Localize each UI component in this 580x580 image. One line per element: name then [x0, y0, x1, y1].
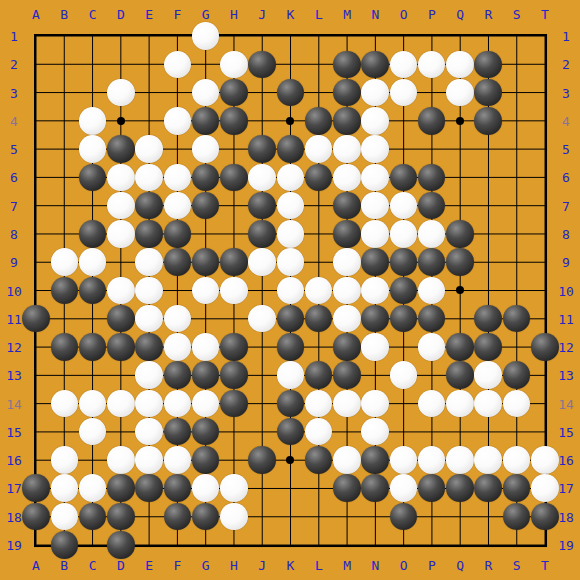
board-point[interactable] — [107, 78, 135, 106]
board-point[interactable] — [474, 305, 502, 333]
board-point[interactable] — [502, 78, 530, 106]
board-point[interactable] — [191, 50, 219, 78]
board-point[interactable] — [361, 107, 389, 135]
board-point[interactable] — [191, 248, 219, 276]
board-point[interactable] — [163, 78, 191, 106]
board-point[interactable] — [333, 333, 361, 361]
board-point[interactable] — [276, 220, 304, 248]
board-point[interactable] — [163, 305, 191, 333]
board-point[interactable] — [220, 474, 248, 502]
board-point[interactable] — [78, 22, 106, 50]
board-point[interactable] — [78, 248, 106, 276]
board-point[interactable] — [361, 389, 389, 417]
board-point[interactable] — [446, 305, 474, 333]
board-point[interactable] — [163, 107, 191, 135]
board-point[interactable] — [389, 163, 417, 191]
board-point[interactable] — [531, 135, 559, 163]
board-point[interactable] — [276, 305, 304, 333]
board-point[interactable] — [418, 191, 446, 219]
board-point[interactable] — [50, 333, 78, 361]
board-point[interactable] — [163, 276, 191, 304]
board-point[interactable] — [474, 50, 502, 78]
board-point[interactable] — [305, 474, 333, 502]
board-point[interactable] — [474, 502, 502, 530]
board-point[interactable] — [248, 107, 276, 135]
board-point[interactable] — [474, 333, 502, 361]
board-point[interactable] — [191, 446, 219, 474]
board-point[interactable] — [418, 474, 446, 502]
board-point[interactable] — [78, 50, 106, 78]
board-point[interactable] — [191, 474, 219, 502]
board-point[interactable] — [389, 389, 417, 417]
board-point[interactable] — [418, 107, 446, 135]
board-point[interactable] — [50, 107, 78, 135]
board-point[interactable] — [446, 248, 474, 276]
board-point[interactable] — [78, 276, 106, 304]
board-point[interactable] — [135, 502, 163, 530]
board-point[interactable] — [191, 107, 219, 135]
board-point[interactable] — [502, 50, 530, 78]
board-point[interactable] — [163, 135, 191, 163]
board-point[interactable] — [361, 361, 389, 389]
board-point[interactable] — [305, 361, 333, 389]
board-point[interactable] — [446, 107, 474, 135]
board-point[interactable] — [276, 276, 304, 304]
board-point[interactable] — [220, 22, 248, 50]
board-point[interactable] — [474, 248, 502, 276]
board-point[interactable] — [163, 389, 191, 417]
board-point[interactable] — [22, 361, 50, 389]
board-point[interactable] — [220, 531, 248, 559]
board-point[interactable] — [107, 361, 135, 389]
board-point[interactable] — [163, 22, 191, 50]
board-point[interactable] — [502, 361, 530, 389]
board-point[interactable] — [22, 22, 50, 50]
board-point[interactable] — [389, 502, 417, 530]
board-point[interactable] — [191, 361, 219, 389]
board-point[interactable] — [305, 107, 333, 135]
board-point[interactable] — [418, 446, 446, 474]
board-point[interactable] — [50, 50, 78, 78]
board-point[interactable] — [305, 163, 333, 191]
board-point[interactable] — [474, 418, 502, 446]
board-point[interactable] — [531, 361, 559, 389]
board-point[interactable] — [333, 446, 361, 474]
board-point[interactable] — [191, 78, 219, 106]
board-point[interactable] — [305, 418, 333, 446]
board-point[interactable] — [50, 418, 78, 446]
board-point[interactable] — [248, 22, 276, 50]
board-point[interactable] — [22, 191, 50, 219]
board-point[interactable] — [191, 418, 219, 446]
board-point[interactable] — [50, 276, 78, 304]
board-point[interactable] — [107, 389, 135, 417]
board-point[interactable] — [276, 78, 304, 106]
board-point[interactable] — [107, 135, 135, 163]
board-point[interactable] — [474, 531, 502, 559]
board-point[interactable] — [389, 50, 417, 78]
board-point[interactable] — [107, 531, 135, 559]
board-point[interactable] — [389, 276, 417, 304]
board-point[interactable] — [50, 361, 78, 389]
board-point[interactable] — [305, 220, 333, 248]
board-point[interactable] — [446, 333, 474, 361]
board-point[interactable] — [446, 276, 474, 304]
board-point[interactable] — [333, 50, 361, 78]
board-point[interactable] — [361, 502, 389, 530]
board-point[interactable] — [22, 502, 50, 530]
board-point[interactable] — [276, 418, 304, 446]
board-point[interactable] — [502, 305, 530, 333]
board-point[interactable] — [389, 531, 417, 559]
board-point[interactable] — [50, 135, 78, 163]
board-point[interactable] — [446, 135, 474, 163]
board-point[interactable] — [163, 446, 191, 474]
board-point[interactable] — [248, 531, 276, 559]
board-point[interactable] — [248, 135, 276, 163]
board-point[interactable] — [474, 276, 502, 304]
board-point[interactable] — [220, 418, 248, 446]
board-point[interactable] — [474, 135, 502, 163]
board-point[interactable] — [389, 220, 417, 248]
board-point[interactable] — [135, 50, 163, 78]
board-point[interactable] — [502, 531, 530, 559]
board-point[interactable] — [191, 22, 219, 50]
board-point[interactable] — [361, 446, 389, 474]
board-point[interactable] — [135, 389, 163, 417]
board-point[interactable] — [333, 389, 361, 417]
board-point[interactable] — [191, 389, 219, 417]
board-point[interactable] — [418, 305, 446, 333]
board-point[interactable] — [502, 276, 530, 304]
board-point[interactable] — [276, 502, 304, 530]
board-point[interactable] — [276, 446, 304, 474]
board-point[interactable] — [248, 333, 276, 361]
board-point[interactable] — [531, 333, 559, 361]
board-point[interactable] — [78, 446, 106, 474]
board-point[interactable] — [135, 135, 163, 163]
board-point[interactable] — [446, 531, 474, 559]
board-point[interactable] — [50, 531, 78, 559]
board-point[interactable] — [418, 531, 446, 559]
board-point[interactable] — [418, 78, 446, 106]
board-point[interactable] — [78, 531, 106, 559]
board-point[interactable] — [361, 191, 389, 219]
board-point[interactable] — [135, 418, 163, 446]
board-point[interactable] — [531, 531, 559, 559]
board-point[interactable] — [474, 78, 502, 106]
board-point[interactable] — [305, 50, 333, 78]
board-point[interactable] — [22, 78, 50, 106]
board-point[interactable] — [531, 474, 559, 502]
board-point[interactable] — [502, 163, 530, 191]
board-point[interactable] — [446, 78, 474, 106]
board-point[interactable] — [502, 474, 530, 502]
board-point[interactable] — [107, 163, 135, 191]
board-point[interactable] — [248, 502, 276, 530]
board-point[interactable] — [163, 50, 191, 78]
board-point[interactable] — [107, 276, 135, 304]
board-point[interactable] — [531, 276, 559, 304]
board-point[interactable] — [361, 276, 389, 304]
board-point[interactable] — [78, 474, 106, 502]
board-point[interactable] — [418, 163, 446, 191]
board-point[interactable] — [276, 389, 304, 417]
board-point[interactable] — [389, 361, 417, 389]
board-point[interactable] — [78, 333, 106, 361]
board-point[interactable] — [50, 22, 78, 50]
board-point[interactable] — [389, 191, 417, 219]
board-point[interactable] — [248, 418, 276, 446]
board-point[interactable] — [305, 276, 333, 304]
board-point[interactable] — [418, 276, 446, 304]
board-point[interactable] — [531, 248, 559, 276]
board-point[interactable] — [474, 107, 502, 135]
board-point[interactable] — [418, 333, 446, 361]
board-point[interactable] — [446, 361, 474, 389]
board-point[interactable] — [333, 22, 361, 50]
board-point[interactable] — [135, 107, 163, 135]
board-point[interactable] — [107, 50, 135, 78]
board-point[interactable] — [191, 191, 219, 219]
board-point[interactable] — [531, 502, 559, 530]
board-point[interactable] — [333, 78, 361, 106]
board-point[interactable] — [248, 220, 276, 248]
board-point[interactable] — [474, 163, 502, 191]
board-point[interactable] — [135, 248, 163, 276]
board-point[interactable] — [418, 248, 446, 276]
board-point[interactable] — [389, 135, 417, 163]
board-point[interactable] — [163, 220, 191, 248]
board-point[interactable] — [78, 220, 106, 248]
board-point[interactable] — [22, 418, 50, 446]
board-point[interactable] — [191, 305, 219, 333]
board-point[interactable] — [191, 531, 219, 559]
board-point[interactable] — [389, 78, 417, 106]
board-point[interactable] — [276, 50, 304, 78]
board-point[interactable] — [22, 474, 50, 502]
board-point[interactable] — [50, 502, 78, 530]
board-point[interactable] — [191, 220, 219, 248]
board-point[interactable] — [163, 191, 191, 219]
board-point[interactable] — [361, 50, 389, 78]
board-point[interactable] — [50, 248, 78, 276]
board-point[interactable] — [50, 220, 78, 248]
board-point[interactable] — [22, 389, 50, 417]
board-point[interactable] — [446, 50, 474, 78]
board-point[interactable] — [135, 531, 163, 559]
board-point[interactable] — [107, 220, 135, 248]
board-point[interactable] — [361, 163, 389, 191]
board-point[interactable] — [333, 418, 361, 446]
board-point[interactable] — [22, 446, 50, 474]
board-point[interactable] — [305, 531, 333, 559]
board-point[interactable] — [135, 446, 163, 474]
board-point[interactable] — [305, 135, 333, 163]
board-point[interactable] — [22, 248, 50, 276]
board-point[interactable] — [531, 22, 559, 50]
board-point[interactable] — [418, 502, 446, 530]
board-point[interactable] — [531, 163, 559, 191]
board-point[interactable] — [163, 248, 191, 276]
board-point[interactable] — [22, 50, 50, 78]
board-point[interactable] — [418, 389, 446, 417]
board-point[interactable] — [135, 191, 163, 219]
board-point[interactable] — [22, 107, 50, 135]
board-point[interactable] — [107, 333, 135, 361]
board-point[interactable] — [474, 191, 502, 219]
board-point[interactable] — [191, 502, 219, 530]
board-point[interactable] — [248, 163, 276, 191]
board-point[interactable] — [389, 107, 417, 135]
board-point[interactable] — [474, 22, 502, 50]
board-point[interactable] — [305, 78, 333, 106]
board-point[interactable] — [333, 135, 361, 163]
board-point[interactable] — [163, 531, 191, 559]
board-point[interactable] — [531, 418, 559, 446]
board-point[interactable] — [389, 333, 417, 361]
board-point[interactable] — [333, 361, 361, 389]
board-point[interactable] — [22, 135, 50, 163]
board-point[interactable] — [220, 135, 248, 163]
board-point[interactable] — [78, 107, 106, 135]
board-point[interactable] — [220, 502, 248, 530]
board-point[interactable] — [163, 361, 191, 389]
board-point[interactable] — [220, 163, 248, 191]
board-point[interactable] — [418, 220, 446, 248]
board-point[interactable] — [389, 474, 417, 502]
board-point[interactable] — [78, 135, 106, 163]
board-point[interactable] — [107, 474, 135, 502]
board-point[interactable] — [22, 220, 50, 248]
board-point[interactable] — [107, 305, 135, 333]
board-point[interactable] — [191, 163, 219, 191]
board-point[interactable] — [248, 389, 276, 417]
board-point[interactable] — [248, 276, 276, 304]
board-point[interactable] — [474, 361, 502, 389]
board-point[interactable] — [474, 474, 502, 502]
board-point[interactable] — [361, 474, 389, 502]
board-point[interactable] — [22, 531, 50, 559]
board-point[interactable] — [220, 191, 248, 219]
board-point[interactable] — [135, 220, 163, 248]
board-point[interactable] — [418, 135, 446, 163]
board-point[interactable] — [135, 22, 163, 50]
board-point[interactable] — [276, 361, 304, 389]
board-point[interactable] — [418, 361, 446, 389]
board-point[interactable] — [446, 474, 474, 502]
board-point[interactable] — [418, 22, 446, 50]
board-point[interactable] — [78, 361, 106, 389]
board-point[interactable] — [107, 418, 135, 446]
board-point[interactable] — [107, 107, 135, 135]
board-point[interactable] — [220, 305, 248, 333]
board-point[interactable] — [22, 163, 50, 191]
board-point[interactable] — [276, 531, 304, 559]
board-point[interactable] — [248, 191, 276, 219]
board-point[interactable] — [531, 191, 559, 219]
board-point[interactable] — [531, 107, 559, 135]
board-point[interactable] — [276, 135, 304, 163]
board-point[interactable] — [220, 107, 248, 135]
board-point[interactable] — [361, 220, 389, 248]
board-point[interactable] — [50, 163, 78, 191]
board-point[interactable] — [22, 305, 50, 333]
board-point[interactable] — [78, 305, 106, 333]
board-point[interactable] — [107, 502, 135, 530]
board-point[interactable] — [135, 78, 163, 106]
board-point[interactable] — [191, 333, 219, 361]
board-point[interactable] — [531, 389, 559, 417]
board-point[interactable] — [248, 50, 276, 78]
board-point[interactable] — [446, 418, 474, 446]
board-point[interactable] — [361, 248, 389, 276]
board-point[interactable] — [361, 333, 389, 361]
board-point[interactable] — [191, 135, 219, 163]
board-point[interactable] — [333, 305, 361, 333]
board-point[interactable] — [78, 502, 106, 530]
board-point[interactable] — [389, 22, 417, 50]
board-point[interactable] — [474, 220, 502, 248]
board-point[interactable] — [418, 50, 446, 78]
board-point[interactable] — [220, 446, 248, 474]
board-point[interactable] — [502, 333, 530, 361]
board-point[interactable] — [474, 389, 502, 417]
board-point[interactable] — [531, 78, 559, 106]
board-point[interactable] — [50, 446, 78, 474]
board-point[interactable] — [248, 474, 276, 502]
board-point[interactable] — [50, 474, 78, 502]
board-point[interactable] — [502, 22, 530, 50]
board-point[interactable] — [78, 191, 106, 219]
board-point[interactable] — [305, 22, 333, 50]
board-point[interactable] — [333, 107, 361, 135]
board-point[interactable] — [418, 418, 446, 446]
board-point[interactable] — [276, 163, 304, 191]
board-point[interactable] — [78, 389, 106, 417]
board-point[interactable] — [163, 474, 191, 502]
board-point[interactable] — [502, 135, 530, 163]
board-point[interactable] — [333, 474, 361, 502]
board-point[interactable] — [220, 78, 248, 106]
board-point[interactable] — [220, 50, 248, 78]
board-point[interactable] — [50, 78, 78, 106]
board-point[interactable] — [276, 191, 304, 219]
board-point[interactable] — [276, 107, 304, 135]
board-point[interactable] — [305, 333, 333, 361]
board-point[interactable] — [361, 531, 389, 559]
board-point[interactable] — [305, 389, 333, 417]
board-point[interactable] — [22, 276, 50, 304]
board-point[interactable] — [163, 418, 191, 446]
board-point[interactable] — [361, 78, 389, 106]
board-point[interactable] — [446, 446, 474, 474]
board-point[interactable] — [22, 333, 50, 361]
board-point[interactable] — [107, 248, 135, 276]
board-point[interactable] — [78, 78, 106, 106]
board-point[interactable] — [276, 248, 304, 276]
board-point[interactable] — [502, 446, 530, 474]
board-point[interactable] — [50, 305, 78, 333]
board-point[interactable] — [361, 305, 389, 333]
board-point[interactable] — [305, 191, 333, 219]
board-point[interactable] — [361, 135, 389, 163]
board-point[interactable] — [135, 163, 163, 191]
board-point[interactable] — [333, 191, 361, 219]
board-point[interactable] — [446, 163, 474, 191]
board-point[interactable] — [502, 220, 530, 248]
board-point[interactable] — [248, 305, 276, 333]
